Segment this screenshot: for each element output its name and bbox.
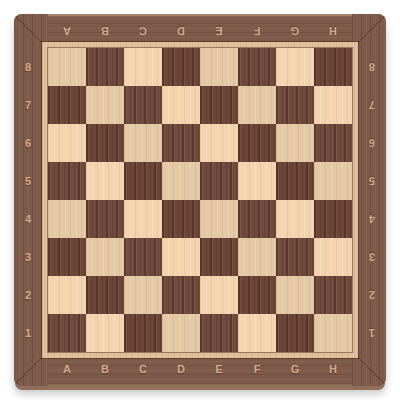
square-a3[interactable]: [48, 238, 86, 276]
square-a8[interactable]: [48, 48, 86, 86]
square-b4[interactable]: [86, 200, 124, 238]
square-a5[interactable]: [48, 162, 86, 200]
coordinate-label-a: A: [48, 20, 86, 42]
square-h5[interactable]: [314, 162, 352, 200]
square-c3[interactable]: [124, 238, 162, 276]
square-h3[interactable]: [314, 238, 352, 276]
chess-board: ABCDEFGH ABCDEFGH 87654321 87654321: [14, 14, 386, 386]
square-a2[interactable]: [48, 276, 86, 314]
photo-background: ABCDEFGH ABCDEFGH 87654321 87654321: [0, 0, 400, 400]
coordinate-label-b: B: [86, 20, 124, 42]
square-e5[interactable]: [200, 162, 238, 200]
square-a4[interactable]: [48, 200, 86, 238]
square-d1[interactable]: [162, 314, 200, 352]
coordinate-label-c: C: [124, 20, 162, 42]
square-f7[interactable]: [238, 86, 276, 124]
square-c7[interactable]: [124, 86, 162, 124]
square-c4[interactable]: [124, 200, 162, 238]
coordinate-label-h: H: [314, 358, 352, 380]
square-b5[interactable]: [86, 162, 124, 200]
coordinate-label-f: F: [238, 358, 276, 380]
square-h8[interactable]: [314, 48, 352, 86]
square-a1[interactable]: [48, 314, 86, 352]
square-d4[interactable]: [162, 200, 200, 238]
square-h1[interactable]: [314, 314, 352, 352]
square-a7[interactable]: [48, 86, 86, 124]
coordinate-label-f: F: [238, 20, 276, 42]
square-h2[interactable]: [314, 276, 352, 314]
square-h4[interactable]: [314, 200, 352, 238]
square-g6[interactable]: [276, 124, 314, 162]
square-f3[interactable]: [238, 238, 276, 276]
square-f5[interactable]: [238, 162, 276, 200]
square-d2[interactable]: [162, 276, 200, 314]
coordinate-label-c: C: [124, 358, 162, 380]
coordinate-label-d: D: [162, 358, 200, 380]
coordinate-label-h: H: [314, 20, 352, 42]
coordinate-label-a: A: [48, 358, 86, 380]
square-c2[interactable]: [124, 276, 162, 314]
square-f6[interactable]: [238, 124, 276, 162]
square-b8[interactable]: [86, 48, 124, 86]
square-d5[interactable]: [162, 162, 200, 200]
square-f1[interactable]: [238, 314, 276, 352]
square-c8[interactable]: [124, 48, 162, 86]
square-e2[interactable]: [200, 276, 238, 314]
square-e4[interactable]: [200, 200, 238, 238]
square-g7[interactable]: [276, 86, 314, 124]
coordinate-label-d: D: [162, 20, 200, 42]
coordinate-label-b: B: [86, 358, 124, 380]
square-b6[interactable]: [86, 124, 124, 162]
square-g5[interactable]: [276, 162, 314, 200]
coordinate-label-e: E: [200, 20, 238, 42]
square-b3[interactable]: [86, 238, 124, 276]
square-d3[interactable]: [162, 238, 200, 276]
square-h7[interactable]: [314, 86, 352, 124]
board-grid: [48, 48, 352, 352]
square-f8[interactable]: [238, 48, 276, 86]
square-b2[interactable]: [86, 276, 124, 314]
square-h6[interactable]: [314, 124, 352, 162]
square-g3[interactable]: [276, 238, 314, 276]
coordinate-label-g: G: [276, 20, 314, 42]
square-f4[interactable]: [238, 200, 276, 238]
square-e1[interactable]: [200, 314, 238, 352]
square-d8[interactable]: [162, 48, 200, 86]
square-e7[interactable]: [200, 86, 238, 124]
square-e8[interactable]: [200, 48, 238, 86]
square-d6[interactable]: [162, 124, 200, 162]
square-c6[interactable]: [124, 124, 162, 162]
square-g4[interactable]: [276, 200, 314, 238]
square-g2[interactable]: [276, 276, 314, 314]
file-labels-top: ABCDEFGH: [48, 20, 352, 42]
square-d7[interactable]: [162, 86, 200, 124]
square-e6[interactable]: [200, 124, 238, 162]
coordinate-label-g: G: [276, 358, 314, 380]
square-a6[interactable]: [48, 124, 86, 162]
square-c5[interactable]: [124, 162, 162, 200]
coordinate-label-e: E: [200, 358, 238, 380]
square-e3[interactable]: [200, 238, 238, 276]
square-c1[interactable]: [124, 314, 162, 352]
square-g8[interactable]: [276, 48, 314, 86]
file-labels-bottom: ABCDEFGH: [48, 358, 352, 380]
square-b1[interactable]: [86, 314, 124, 352]
square-b7[interactable]: [86, 86, 124, 124]
square-f2[interactable]: [238, 276, 276, 314]
square-g1[interactable]: [276, 314, 314, 352]
